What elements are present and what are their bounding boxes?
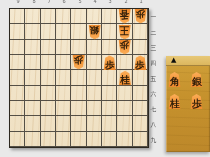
file-label-1: 1 xyxy=(136,0,145,3)
board-cell-18[interactable] xyxy=(133,116,148,131)
board-cell-16[interactable] xyxy=(133,86,148,101)
file-label-4: 4 xyxy=(90,0,99,3)
board-cell-28[interactable] xyxy=(117,116,132,131)
piece-glyph: 歩 xyxy=(135,59,145,69)
piece-glyph: 香 xyxy=(120,9,130,19)
board-cell-72[interactable] xyxy=(41,24,56,39)
rank-label-8: 八 xyxy=(150,122,157,128)
board-cell-32[interactable] xyxy=(102,24,117,39)
board-cell-91[interactable] xyxy=(10,9,25,24)
board-cell-52[interactable] xyxy=(71,24,86,39)
board-cell-33[interactable] xyxy=(102,40,117,55)
board-cell-55[interactable] xyxy=(71,70,86,85)
rank-label-2: 二 xyxy=(150,30,157,36)
board-cell-63[interactable] xyxy=(56,40,71,55)
board-cell-96[interactable] xyxy=(10,86,25,101)
hand-piece-pawn[interactable]: 歩 xyxy=(190,94,203,109)
board-cell-67[interactable] xyxy=(56,101,71,116)
board-cell-19[interactable] xyxy=(133,132,148,147)
board-cell-56[interactable] xyxy=(71,86,86,101)
board-cell-66[interactable] xyxy=(56,86,71,101)
piece-glyph: 銀 xyxy=(90,25,100,35)
board-cell-78[interactable] xyxy=(41,116,56,131)
board-cell-93[interactable] xyxy=(10,40,25,55)
rank-label-7: 七 xyxy=(150,106,157,112)
komadai-header: ▲ xyxy=(166,56,210,66)
hand-piece-silver[interactable]: 銀 xyxy=(190,72,203,87)
board-cell-89[interactable] xyxy=(25,132,40,147)
file-label-5: 5 xyxy=(75,0,84,3)
board-cell-82[interactable] xyxy=(25,24,40,39)
board-cell-38[interactable] xyxy=(102,116,117,131)
board-cell-71[interactable] xyxy=(41,9,56,24)
hand-piece-knight[interactable]: 桂 xyxy=(168,94,181,109)
hand-piece-bishop[interactable]: 角 xyxy=(168,72,181,87)
board-cell-68[interactable] xyxy=(56,116,71,131)
board-cell-59[interactable] xyxy=(71,132,86,147)
board-cell-97[interactable] xyxy=(10,101,25,116)
board-cell-36[interactable] xyxy=(102,86,117,101)
board-cell-83[interactable] xyxy=(25,40,40,55)
piece-glyph: 歩 xyxy=(192,98,202,109)
file-label-2: 2 xyxy=(121,0,130,3)
rank-label-6: 六 xyxy=(150,91,157,97)
board-cell-84[interactable] xyxy=(25,55,40,70)
piece-glyph: 桂 xyxy=(170,98,180,109)
board-cell-88[interactable] xyxy=(25,116,40,131)
board-cell-79[interactable] xyxy=(41,132,56,147)
board-cell-45[interactable] xyxy=(87,70,102,85)
board-cell-31[interactable] xyxy=(102,9,117,24)
file-label-8: 8 xyxy=(29,0,38,3)
board-cell-43[interactable] xyxy=(87,40,102,55)
board-cell-73[interactable] xyxy=(41,40,56,55)
board-cell-98[interactable] xyxy=(10,116,25,131)
piece-glyph: 歩 xyxy=(120,40,130,50)
file-label-3: 3 xyxy=(106,0,115,3)
board-cell-76[interactable] xyxy=(41,86,56,101)
board-cell-53[interactable] xyxy=(71,40,86,55)
file-label-7: 7 xyxy=(44,0,53,3)
board-cell-51[interactable] xyxy=(71,9,86,24)
board-cell-85[interactable] xyxy=(25,70,40,85)
komadai-sente-hand: ▲ 角銀桂歩 xyxy=(166,56,210,152)
file-label-9: 9 xyxy=(14,0,23,3)
rank-label-5: 五 xyxy=(150,76,157,82)
piece-glyph: 歩 xyxy=(105,59,115,69)
piece-glyph: 歩 xyxy=(136,9,146,19)
piece-glyph: 銀 xyxy=(192,76,202,87)
rank-label-3: 三 xyxy=(150,45,157,51)
board-cell-39[interactable] xyxy=(102,132,117,147)
board-cell-81[interactable] xyxy=(25,9,40,24)
piece-glyph: 王 xyxy=(120,25,130,35)
rank-label-4: 四 xyxy=(150,60,157,66)
board-cell-58[interactable] xyxy=(71,116,86,131)
board-cell-99[interactable] xyxy=(10,132,25,147)
board-cell-74[interactable] xyxy=(41,55,56,70)
board-cell-95[interactable] xyxy=(10,70,25,85)
board-cell-37[interactable] xyxy=(102,101,117,116)
board-cell-46[interactable] xyxy=(87,86,102,101)
board-cell-49[interactable] xyxy=(87,132,102,147)
board-cell-92[interactable] xyxy=(10,24,25,39)
board-cell-15[interactable] xyxy=(133,70,148,85)
board-cell-47[interactable] xyxy=(87,101,102,116)
board-cell-17[interactable] xyxy=(133,101,148,116)
shogi-board[interactable]: 香歩銀王歩歩歩歩桂 xyxy=(9,8,149,148)
board-cell-94[interactable] xyxy=(10,55,25,70)
board-cell-86[interactable] xyxy=(25,86,40,101)
board-cell-29[interactable] xyxy=(117,132,132,147)
board-cell-64[interactable] xyxy=(56,55,71,70)
piece-glyph: 角 xyxy=(170,76,180,87)
board-cell-77[interactable] xyxy=(41,101,56,116)
board-cell-65[interactable] xyxy=(56,70,71,85)
board-cell-13[interactable] xyxy=(133,40,148,55)
board-cell-61[interactable] xyxy=(56,9,71,24)
board-cell-62[interactable] xyxy=(56,24,71,39)
piece-glyph: 歩 xyxy=(74,55,84,65)
board-cell-41[interactable] xyxy=(87,9,102,24)
board-cell-27[interactable] xyxy=(117,101,132,116)
rank-label-9: 九 xyxy=(150,137,157,143)
board-cell-75[interactable] xyxy=(41,70,56,85)
board-cell-12[interactable] xyxy=(133,24,148,39)
board-cell-26[interactable] xyxy=(117,86,132,101)
tsume-shogi-diagram: 987654321 香歩銀王歩歩歩歩桂 一二三四五六七八九 ▲ 角銀桂歩 xyxy=(0,0,210,157)
sente-marker-icon: ▲ xyxy=(171,56,176,63)
board-cell-69[interactable] xyxy=(56,132,71,147)
board-cell-35[interactable] xyxy=(102,70,117,85)
board-cell-57[interactable] xyxy=(71,101,86,116)
file-label-6: 6 xyxy=(60,0,69,3)
board-cell-87[interactable] xyxy=(25,101,40,116)
rank-label-1: 一 xyxy=(150,14,157,20)
board-cell-44[interactable] xyxy=(87,55,102,70)
board-cell-24[interactable] xyxy=(117,55,132,70)
piece-glyph: 桂 xyxy=(120,75,130,85)
board-cell-48[interactable] xyxy=(87,116,102,131)
